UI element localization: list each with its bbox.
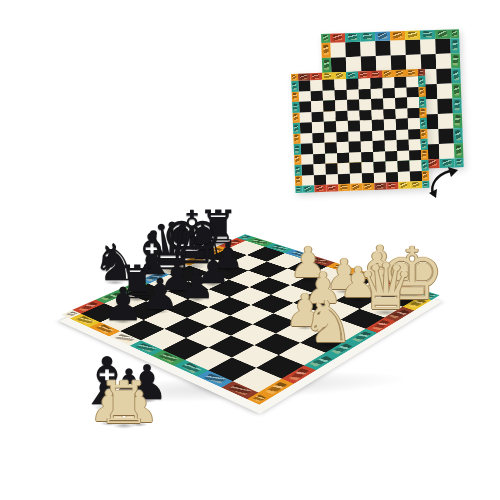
- captured-white-rook[interactable]: ♜: [95, 374, 153, 432]
- product-scene: ♞♜♝♛♚♟♞♜♟♟♟♟♟♟♟♟♟♟♟♞♝♛♚ ♝♟♟♟♜♟: [0, 0, 500, 500]
- captured-pieces-group: ♝♟♟♟♜♟: [0, 0, 500, 500]
